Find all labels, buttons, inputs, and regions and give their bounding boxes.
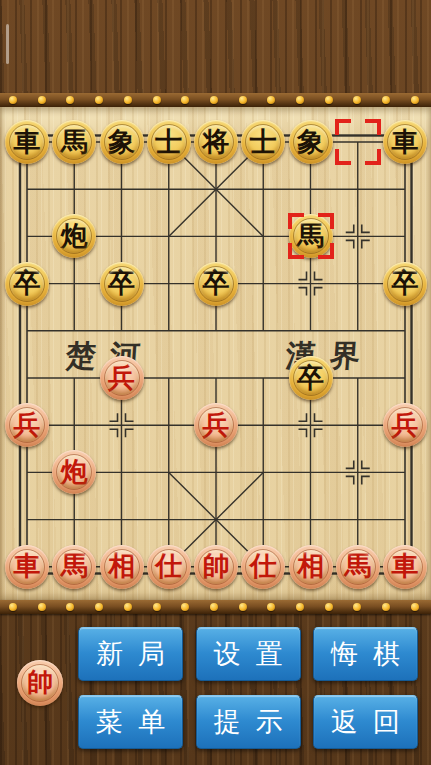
turn-indicator-piece: 帥 <box>17 660 63 706</box>
app-screen: 楚河 漢界 車馬象士将士象車炮馬卒卒卒卒卒兵兵兵兵炮車馬相仕帥仕相馬車 帥 新局… <box>0 0 431 765</box>
piece-馬-red[interactable]: 馬 <box>336 545 380 589</box>
new-game-button[interactable]: 新局 <box>78 627 183 681</box>
stud-icon <box>153 603 161 611</box>
piece-兵-red[interactable]: 兵 <box>194 403 238 447</box>
piece-将-black[interactable]: 将 <box>194 120 238 164</box>
piece-馬-red[interactable]: 馬 <box>52 545 96 589</box>
stud-icon <box>382 603 390 611</box>
stud-icon <box>210 96 218 104</box>
piece-兵-red[interactable]: 兵 <box>383 403 427 447</box>
stud-icon <box>296 96 304 104</box>
piece-仕-red[interactable]: 仕 <box>241 545 285 589</box>
stud-icon <box>353 96 361 104</box>
stud-icon <box>325 603 333 611</box>
stud-icon <box>95 96 103 104</box>
stud-icon <box>353 603 361 611</box>
stud-icon <box>181 603 189 611</box>
menu-button[interactable]: 菜单 <box>78 695 183 749</box>
stud-icon <box>411 96 419 104</box>
piece-士-black[interactable]: 士 <box>147 120 191 164</box>
piece-帥-red[interactable]: 帥 <box>194 545 238 589</box>
board-frame-bottom <box>0 600 431 614</box>
stud-icon <box>66 603 74 611</box>
stud-icon <box>239 603 247 611</box>
stud-icon <box>239 96 247 104</box>
stud-icon <box>181 96 189 104</box>
piece-卒-black[interactable]: 卒 <box>289 356 333 400</box>
stud-icon <box>411 603 419 611</box>
xiangqi-board[interactable]: 楚河 漢界 車馬象士将士象車炮馬卒卒卒卒卒兵兵兵兵炮車馬相仕帥仕相馬車 <box>0 107 431 600</box>
piece-士-black[interactable]: 士 <box>241 120 285 164</box>
piece-相-red[interactable]: 相 <box>100 545 144 589</box>
piece-卒-black[interactable]: 卒 <box>194 262 238 306</box>
stud-icon <box>382 96 390 104</box>
scrollbar <box>6 24 9 64</box>
piece-仕-red[interactable]: 仕 <box>147 545 191 589</box>
stud-icon <box>38 96 46 104</box>
stud-icon <box>95 603 103 611</box>
stud-icon <box>153 96 161 104</box>
stud-icon <box>325 96 333 104</box>
stud-icon <box>296 603 304 611</box>
undo-button[interactable]: 悔棋 <box>313 627 418 681</box>
stud-icon <box>210 603 218 611</box>
stud-icon <box>124 603 132 611</box>
piece-相-red[interactable]: 相 <box>289 545 333 589</box>
piece-車-red[interactable]: 車 <box>5 545 49 589</box>
control-buttons: 新局设置悔棋菜单提示返回 <box>78 627 418 749</box>
piece-馬-black[interactable]: 馬 <box>52 120 96 164</box>
piece-象-black[interactable]: 象 <box>289 120 333 164</box>
stud-icon <box>124 96 132 104</box>
stud-icon <box>267 96 275 104</box>
piece-卒-black[interactable]: 卒 <box>100 262 144 306</box>
piece-卒-black[interactable]: 卒 <box>383 262 427 306</box>
piece-車-red[interactable]: 車 <box>383 545 427 589</box>
piece-車-black[interactable]: 車 <box>5 120 49 164</box>
piece-車-black[interactable]: 車 <box>383 120 427 164</box>
back-button[interactable]: 返回 <box>313 695 418 749</box>
stud-icon <box>267 603 275 611</box>
board-frame-top <box>0 93 431 107</box>
settings-button[interactable]: 设置 <box>196 627 301 681</box>
stud-icon <box>9 603 17 611</box>
piece-象-black[interactable]: 象 <box>100 120 144 164</box>
hint-button[interactable]: 提示 <box>196 695 301 749</box>
stud-icon <box>66 96 74 104</box>
piece-馬-black[interactable]: 馬 <box>289 214 333 258</box>
stud-icon <box>38 603 46 611</box>
piece-兵-red[interactable]: 兵 <box>5 403 49 447</box>
stud-icon <box>9 96 17 104</box>
piece-兵-red[interactable]: 兵 <box>100 356 144 400</box>
piece-卒-black[interactable]: 卒 <box>5 262 49 306</box>
